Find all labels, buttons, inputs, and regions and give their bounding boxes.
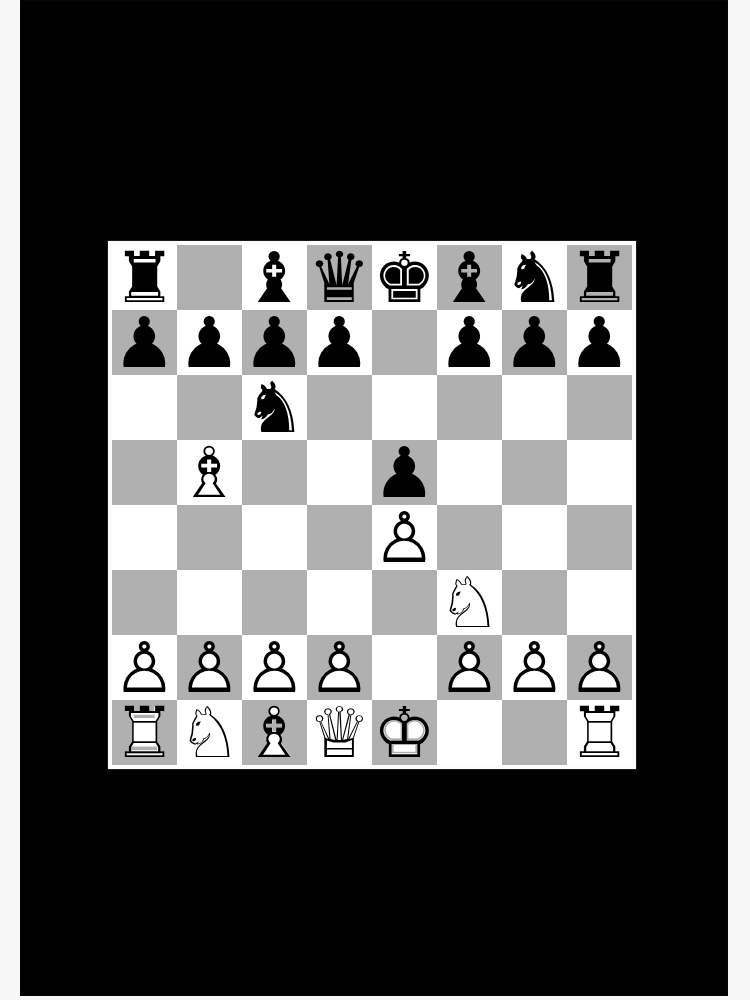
poster-black-background: ♜♝♛♚♝♞♜♟♟♟♟♟♟♟♞♝♗♟♟♙♞♘♟♙♟♙♟♙♟♙♟♙♟♙♟♙♜♖♞♘…: [20, 0, 728, 996]
piece-black-pawn[interactable]: ♟: [567, 310, 632, 375]
piece-white-pawn[interactable]: ♟♙: [307, 635, 372, 700]
piece-black-bishop[interactable]: ♝: [242, 245, 307, 310]
square-a7[interactable]: ♟: [112, 310, 177, 375]
square-d5[interactable]: [307, 440, 372, 505]
piece-black-pawn[interactable]: ♟: [177, 310, 242, 375]
piece-glyph: ♜: [567, 245, 632, 310]
piece-glyph: ♝: [242, 245, 307, 310]
square-b7[interactable]: ♟: [177, 310, 242, 375]
square-g2[interactable]: ♟♙: [502, 635, 567, 700]
square-b1[interactable]: ♞♘: [177, 700, 242, 765]
square-g5[interactable]: [502, 440, 567, 505]
square-c8[interactable]: ♝: [242, 245, 307, 310]
piece-glyph: ♟: [112, 310, 177, 375]
piece-white-knight[interactable]: ♞♘: [437, 570, 502, 635]
square-d2[interactable]: ♟♙: [307, 635, 372, 700]
square-b4[interactable]: [177, 505, 242, 570]
piece-fill-layer: ♟: [243, 636, 306, 699]
square-h8[interactable]: ♜: [567, 245, 632, 310]
square-b2[interactable]: ♟♙: [177, 635, 242, 700]
square-b6[interactable]: [177, 375, 242, 440]
square-g6[interactable]: [502, 375, 567, 440]
square-d1[interactable]: ♛♕: [307, 700, 372, 765]
square-c5[interactable]: [242, 440, 307, 505]
square-f4[interactable]: [437, 505, 502, 570]
piece-fill-layer: ♝: [178, 441, 241, 504]
piece-glyph: ♝: [437, 245, 502, 310]
piece-outline-layer: ♙: [372, 505, 437, 570]
piece-white-queen[interactable]: ♛♕: [307, 700, 372, 765]
square-h3[interactable]: [567, 570, 632, 635]
piece-fill-layer: ♟: [503, 636, 566, 699]
square-e2[interactable]: [372, 635, 437, 700]
piece-fill-layer: ♜: [568, 701, 631, 764]
piece-black-rook[interactable]: ♜: [567, 245, 632, 310]
piece-outline-layer: ♖: [567, 700, 632, 765]
square-g3[interactable]: [502, 570, 567, 635]
piece-black-knight[interactable]: ♞: [242, 375, 307, 440]
piece-white-pawn[interactable]: ♟♙: [437, 635, 502, 700]
piece-fill-layer: ♛: [308, 701, 371, 764]
piece-glyph: ♚: [372, 245, 437, 310]
piece-white-pawn[interactable]: ♟♙: [502, 635, 567, 700]
piece-fill-layer: ♟: [308, 636, 371, 699]
piece-glyph: ♟: [372, 440, 437, 505]
piece-outline-layer: ♙: [567, 635, 632, 700]
square-h6[interactable]: [567, 375, 632, 440]
piece-white-knight[interactable]: ♞♘: [177, 700, 242, 765]
piece-outline-layer: ♘: [437, 570, 502, 635]
square-h2[interactable]: ♟♙: [567, 635, 632, 700]
square-h7[interactable]: ♟: [567, 310, 632, 375]
piece-white-rook[interactable]: ♜♖: [112, 700, 177, 765]
piece-outline-layer: ♗: [177, 440, 242, 505]
square-f5[interactable]: [437, 440, 502, 505]
square-f8[interactable]: ♝: [437, 245, 502, 310]
piece-outline-layer: ♙: [437, 635, 502, 700]
piece-black-pawn[interactable]: ♟: [437, 310, 502, 375]
square-g4[interactable]: [502, 505, 567, 570]
square-c2[interactable]: ♟♙: [242, 635, 307, 700]
square-d8[interactable]: ♛: [307, 245, 372, 310]
piece-glyph: ♜: [112, 245, 177, 310]
square-d3[interactable]: [307, 570, 372, 635]
piece-fill-layer: ♝: [243, 701, 306, 764]
square-f6[interactable]: [437, 375, 502, 440]
piece-fill-layer: ♟: [438, 636, 501, 699]
piece-fill-layer: ♚: [373, 701, 436, 764]
piece-white-pawn[interactable]: ♟♙: [177, 635, 242, 700]
piece-outline-layer: ♖: [112, 700, 177, 765]
square-d6[interactable]: [307, 375, 372, 440]
piece-fill-layer: ♟: [178, 636, 241, 699]
piece-black-pawn[interactable]: ♟: [242, 310, 307, 375]
square-h4[interactable]: [567, 505, 632, 570]
piece-black-pawn[interactable]: ♟: [502, 310, 567, 375]
square-e4[interactable]: ♟♙: [372, 505, 437, 570]
square-c6[interactable]: ♞: [242, 375, 307, 440]
piece-outline-layer: ♙: [242, 635, 307, 700]
square-a8[interactable]: ♜: [112, 245, 177, 310]
square-d7[interactable]: ♟: [307, 310, 372, 375]
piece-outline-layer: ♗: [242, 700, 307, 765]
square-f3[interactable]: ♞♘: [437, 570, 502, 635]
square-c7[interactable]: ♟: [242, 310, 307, 375]
piece-outline-layer: ♘: [177, 700, 242, 765]
square-f2[interactable]: ♟♙: [437, 635, 502, 700]
piece-black-pawn[interactable]: ♟: [372, 440, 437, 505]
piece-fill-layer: ♟: [113, 636, 176, 699]
page-background: ♜♝♛♚♝♞♜♟♟♟♟♟♟♟♞♝♗♟♟♙♞♘♟♙♟♙♟♙♟♙♟♙♟♙♟♙♜♖♞♘…: [0, 0, 750, 1000]
square-c3[interactable]: [242, 570, 307, 635]
piece-white-king[interactable]: ♚♔: [372, 700, 437, 765]
piece-outline-layer: ♙: [502, 635, 567, 700]
piece-white-pawn[interactable]: ♟♙: [242, 635, 307, 700]
piece-outline-layer: ♙: [307, 635, 372, 700]
piece-black-king[interactable]: ♚: [372, 245, 437, 310]
piece-white-pawn[interactable]: ♟♙: [567, 635, 632, 700]
piece-black-pawn[interactable]: ♟: [307, 310, 372, 375]
piece-black-knight[interactable]: ♞: [502, 245, 567, 310]
piece-black-pawn[interactable]: ♟: [112, 310, 177, 375]
piece-outline-layer: ♕: [307, 700, 372, 765]
piece-glyph: ♟: [567, 310, 632, 375]
piece-glyph: ♟: [242, 310, 307, 375]
square-a4[interactable]: [112, 505, 177, 570]
piece-glyph: ♛: [307, 245, 372, 310]
piece-white-rook[interactable]: ♜♖: [567, 700, 632, 765]
square-a2[interactable]: ♟♙: [112, 635, 177, 700]
piece-glyph: ♟: [177, 310, 242, 375]
square-b5[interactable]: ♝♗: [177, 440, 242, 505]
piece-glyph: ♟: [502, 310, 567, 375]
square-e8[interactable]: ♚: [372, 245, 437, 310]
square-a5[interactable]: [112, 440, 177, 505]
square-a1[interactable]: ♜♖: [112, 700, 177, 765]
square-f7[interactable]: ♟: [437, 310, 502, 375]
piece-white-pawn[interactable]: ♟♙: [372, 505, 437, 570]
piece-white-pawn[interactable]: ♟♙: [112, 635, 177, 700]
piece-outline-layer: ♙: [177, 635, 242, 700]
piece-black-bishop[interactable]: ♝: [437, 245, 502, 310]
square-e7[interactable]: [372, 310, 437, 375]
square-e3[interactable]: [372, 570, 437, 635]
square-h1[interactable]: ♜♖: [567, 700, 632, 765]
square-e6[interactable]: [372, 375, 437, 440]
piece-glyph: ♞: [242, 375, 307, 440]
piece-fill-layer: ♟: [568, 636, 631, 699]
square-e1[interactable]: ♚♔: [372, 700, 437, 765]
square-g8[interactable]: ♞: [502, 245, 567, 310]
piece-glyph: ♟: [437, 310, 502, 375]
piece-white-bishop[interactable]: ♝♗: [242, 700, 307, 765]
square-b8[interactable]: [177, 245, 242, 310]
square-c4[interactable]: [242, 505, 307, 570]
square-d4[interactable]: [307, 505, 372, 570]
square-g7[interactable]: ♟: [502, 310, 567, 375]
piece-fill-layer: ♟: [373, 506, 436, 569]
square-b3[interactable]: [177, 570, 242, 635]
piece-white-bishop[interactable]: ♝♗: [177, 440, 242, 505]
piece-black-queen[interactable]: ♛: [307, 245, 372, 310]
piece-outline-layer: ♙: [112, 635, 177, 700]
piece-fill-layer: ♞: [438, 571, 501, 634]
square-a3[interactable]: [112, 570, 177, 635]
piece-outline-layer: ♔: [372, 700, 437, 765]
piece-glyph: ♟: [307, 310, 372, 375]
piece-fill-layer: ♞: [178, 701, 241, 764]
square-g1[interactable]: [502, 700, 567, 765]
piece-glyph: ♞: [502, 245, 567, 310]
square-e5[interactable]: ♟: [372, 440, 437, 505]
square-a6[interactable]: [112, 375, 177, 440]
chessboard: ♜♝♛♚♝♞♜♟♟♟♟♟♟♟♞♝♗♟♟♙♞♘♟♙♟♙♟♙♟♙♟♙♟♙♟♙♜♖♞♘…: [108, 241, 636, 769]
square-f1[interactable]: [437, 700, 502, 765]
square-c1[interactable]: ♝♗: [242, 700, 307, 765]
piece-black-rook[interactable]: ♜: [112, 245, 177, 310]
square-h5[interactable]: [567, 440, 632, 505]
piece-fill-layer: ♜: [113, 701, 176, 764]
